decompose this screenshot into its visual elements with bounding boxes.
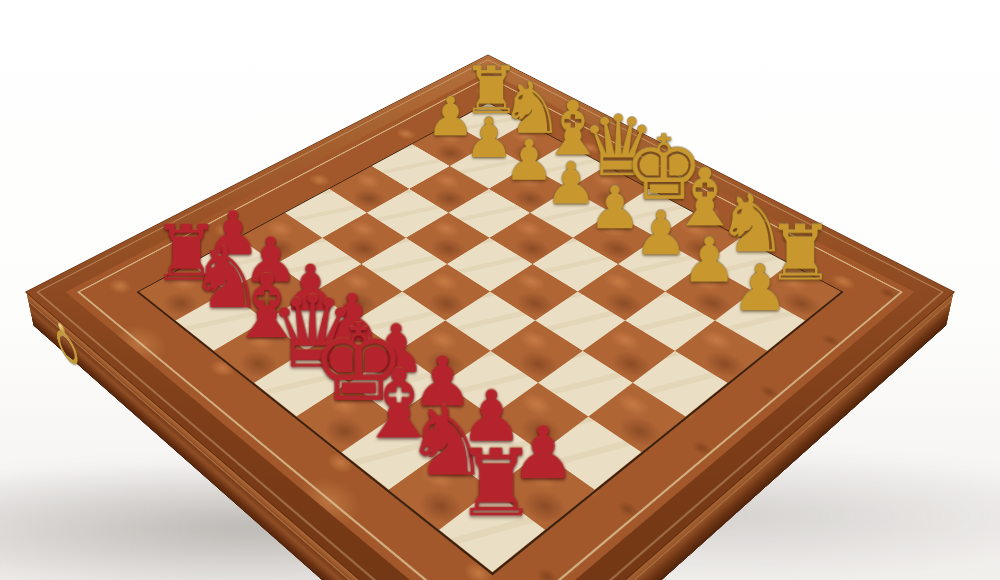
piece-red-rook[interactable]: ♜ bbox=[455, 438, 530, 530]
chess-set-photo-scene: ♜♞♝♛♚♝♞♜♟♟♟♟♟♟♟♟♟♟♟♟♟♟♟♟♜♞♝♛♚♝♞♜ bbox=[0, 0, 1000, 580]
piece-gold-pawn[interactable]: ♟ bbox=[728, 257, 792, 321]
